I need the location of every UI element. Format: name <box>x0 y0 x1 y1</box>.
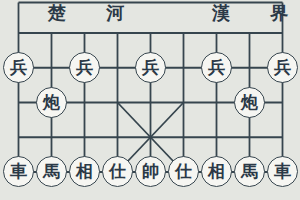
red-horse[interactable]: 馬 <box>36 156 67 187</box>
red-advisor[interactable]: 仕 <box>168 156 199 187</box>
board-cell <box>200 120 233 155</box>
red-soldier[interactable]: 兵 <box>69 52 100 83</box>
board-cell <box>68 16 101 51</box>
red-soldier[interactable]: 兵 <box>201 52 232 83</box>
red-horse[interactable]: 馬 <box>234 156 265 187</box>
board-cell: 相 <box>68 155 101 190</box>
red-cannon[interactable]: 炮 <box>36 87 67 118</box>
board-cell: 炮 <box>233 85 266 120</box>
board-cell: 車 <box>266 155 299 190</box>
board-cell <box>200 16 233 51</box>
board-cell <box>134 85 167 120</box>
red-chariot[interactable]: 車 <box>3 156 34 187</box>
board-cell: 兵 <box>68 50 101 85</box>
board-cell <box>167 120 200 155</box>
red-soldier[interactable]: 兵 <box>267 52 298 83</box>
board-cell: 帥 <box>134 155 167 190</box>
board-cell: 兵 <box>200 50 233 85</box>
board-cell <box>167 16 200 51</box>
board-cell: 仕 <box>167 155 200 190</box>
board-cell <box>35 50 68 85</box>
board-cell <box>266 16 299 51</box>
board-cell <box>233 120 266 155</box>
red-soldier[interactable]: 兵 <box>3 52 34 83</box>
board-cell <box>2 120 35 155</box>
red-soldier[interactable]: 兵 <box>135 52 166 83</box>
board-cell <box>134 120 167 155</box>
board-cell: 兵 <box>266 50 299 85</box>
board-cell <box>266 85 299 120</box>
red-general[interactable]: 帥 <box>135 156 166 187</box>
red-cannon[interactable]: 炮 <box>234 87 265 118</box>
board-cell <box>200 85 233 120</box>
board-cell: 馬 <box>35 155 68 190</box>
board-cell <box>68 85 101 120</box>
board-cell <box>101 120 134 155</box>
board-cell <box>167 50 200 85</box>
red-advisor[interactable]: 仕 <box>102 156 133 187</box>
red-elephant[interactable]: 相 <box>201 156 232 187</box>
board-grid: 兵兵兵兵兵炮炮車馬相仕帥仕相馬車 <box>2 16 299 190</box>
board-cell: 炮 <box>35 85 68 120</box>
board-cell: 車 <box>2 155 35 190</box>
board-cell <box>266 120 299 155</box>
board-cell: 兵 <box>134 50 167 85</box>
red-chariot[interactable]: 車 <box>267 156 298 187</box>
board-cell: 兵 <box>2 50 35 85</box>
red-elephant[interactable]: 相 <box>69 156 100 187</box>
xiangqi-board: 楚 河 漢 界 兵兵兵兵兵炮炮車馬相仕帥仕相馬車 <box>0 0 300 200</box>
board-cell <box>233 16 266 51</box>
board-cell <box>101 16 134 51</box>
board-cell <box>35 120 68 155</box>
board-cell: 仕 <box>101 155 134 190</box>
board-cell <box>101 85 134 120</box>
board-cell: 相 <box>200 155 233 190</box>
board-cell <box>233 50 266 85</box>
board-cell: 馬 <box>233 155 266 190</box>
board-cell <box>101 50 134 85</box>
board-cell <box>35 16 68 51</box>
board-cell <box>134 16 167 51</box>
board-cell <box>68 120 101 155</box>
board-cell <box>2 85 35 120</box>
board-cell <box>2 16 35 51</box>
board-cell <box>167 85 200 120</box>
